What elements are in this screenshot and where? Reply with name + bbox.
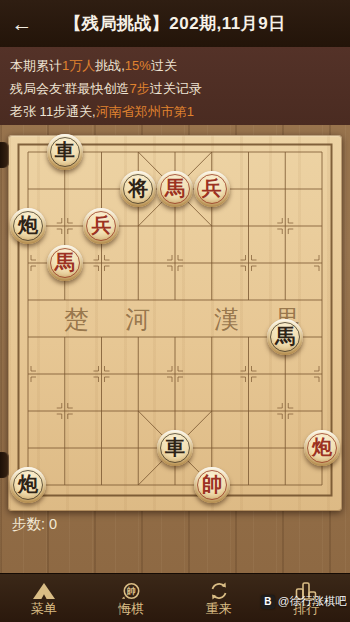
undo-button-label: 悔棋 (118, 602, 144, 615)
piece-ring (160, 433, 190, 463)
step-counter-value: 0 (49, 516, 57, 532)
info-line-participants: 本期累计1万人挑战,15%过关 (10, 54, 350, 77)
menu-button[interactable]: 菜单 (0, 574, 88, 622)
piece-ring (50, 137, 80, 167)
menu-button-label: 菜单 (31, 602, 57, 615)
piece-ring (123, 174, 153, 204)
watermark-badge-icon: B (261, 595, 275, 609)
step-counter: 步数: 0 (12, 515, 57, 534)
challenge-info-panel: 本期累计1万人挑战,15%过关 残局会友'群最快创造7步过关记录 老张 11步通… (0, 47, 350, 125)
watermark: B @徐行涨棋吧 (261, 594, 347, 609)
restart-arrows-icon (209, 582, 229, 600)
piece-red-兵[interactable]: 兵 (194, 171, 230, 207)
piece-red-兵[interactable]: 兵 (83, 208, 119, 244)
xiangqi-board[interactable]: 楚 河 漢 界 車将馬兵炮兵馬馬車炮炮帥 (8, 135, 342, 511)
piece-black-炮[interactable]: 炮 (10, 208, 46, 244)
piece-black-馬[interactable]: 馬 (267, 319, 303, 355)
piece-ring (307, 433, 337, 463)
side-panel-tab-top[interactable] (0, 142, 9, 168)
page-title: 【残局挑战】202期,11月9日 (0, 12, 350, 35)
step-counter-label: 步数: (12, 516, 45, 532)
piece-black-炮[interactable]: 炮 (10, 467, 46, 503)
piece-black-車[interactable]: 車 (47, 134, 83, 170)
svg-text:帥: 帥 (127, 586, 136, 596)
piece-ring (13, 470, 43, 500)
piece-ring (197, 470, 227, 500)
restart-button-label: 重来 (206, 602, 232, 615)
piece-ring (160, 174, 190, 204)
piece-ring (270, 322, 300, 352)
restart-button[interactable]: 重来 (175, 574, 263, 622)
undo-piece-icon: 帥 (120, 582, 142, 600)
menu-chevron-icon (32, 582, 56, 600)
piece-ring (86, 211, 116, 241)
piece-ring (197, 174, 227, 204)
undo-button[interactable]: 帥 悔棋 (88, 574, 176, 622)
info-line-record: 残局会友'群最快创造7步过关记录 (10, 77, 350, 100)
piece-red-馬[interactable]: 馬 (47, 245, 83, 281)
app-screen: ← 【残局挑战】202期,11月9日 本期累计1万人挑战,15%过关 残局会友'… (0, 0, 350, 622)
piece-black-将[interactable]: 将 (120, 171, 156, 207)
watermark-text: @徐行涨棋吧 (278, 594, 347, 609)
piece-ring (50, 248, 80, 278)
piece-black-車[interactable]: 車 (157, 430, 193, 466)
piece-red-炮[interactable]: 炮 (304, 430, 340, 466)
title-bar: ← 【残局挑战】202期,11月9日 (0, 0, 350, 47)
piece-red-馬[interactable]: 馬 (157, 171, 193, 207)
side-panel-tab-bottom[interactable] (0, 452, 9, 478)
info-line-winner: 老张 11步通关,河南省郑州市第1 (10, 100, 350, 123)
piece-red-帥[interactable]: 帥 (194, 467, 230, 503)
pieces-layer: 車将馬兵炮兵馬馬車炮炮帥 (10, 134, 341, 504)
piece-ring (13, 211, 43, 241)
